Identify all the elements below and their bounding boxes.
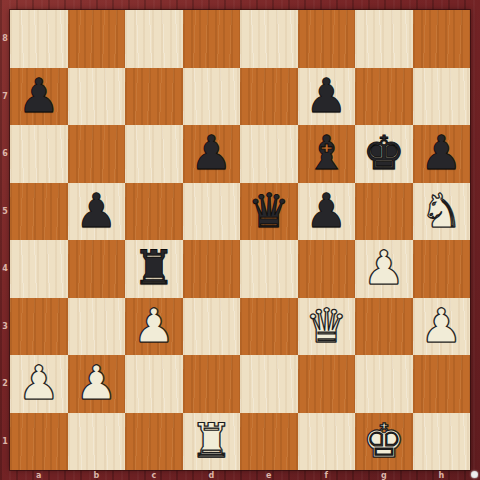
rank-label-2: 2 (0, 355, 10, 413)
square-g8[interactable] (355, 10, 413, 68)
black-queen[interactable]: ♛ (248, 187, 290, 234)
square-a2[interactable]: ♟ (10, 355, 68, 413)
square-b5[interactable]: ♟ (68, 183, 126, 241)
square-h3[interactable]: ♟ (413, 298, 471, 356)
square-e6[interactable] (240, 125, 298, 183)
square-e7[interactable] (240, 68, 298, 126)
black-rook[interactable]: ♜ (133, 244, 175, 291)
white-rook[interactable]: ♜ (190, 417, 232, 464)
file-label-b: b (68, 470, 126, 480)
black-pawn[interactable]: ♟ (75, 187, 117, 234)
white-knight[interactable]: ♞ (420, 187, 462, 234)
rank-label-4: 4 (0, 240, 10, 298)
file-label-a: a (10, 470, 68, 480)
square-a8[interactable] (10, 10, 68, 68)
square-b1[interactable] (68, 413, 126, 471)
rank-label-6: 6 (0, 125, 10, 183)
square-g1[interactable]: ♚ (355, 413, 413, 471)
square-e4[interactable] (240, 240, 298, 298)
chess-board: ♟♟♟♝♚♟♟♛♟♞♜♟♟♛♟♟♟♜♚ (10, 10, 470, 470)
square-b8[interactable] (68, 10, 126, 68)
square-c4[interactable]: ♜ (125, 240, 183, 298)
square-a4[interactable] (10, 240, 68, 298)
square-f5[interactable]: ♟ (298, 183, 356, 241)
white-queen[interactable]: ♛ (305, 302, 347, 349)
square-g7[interactable] (355, 68, 413, 126)
square-c5[interactable] (125, 183, 183, 241)
file-label-c: c (125, 470, 183, 480)
square-b7[interactable] (68, 68, 126, 126)
square-c8[interactable] (125, 10, 183, 68)
square-h2[interactable] (413, 355, 471, 413)
square-g5[interactable] (355, 183, 413, 241)
square-d1[interactable]: ♜ (183, 413, 241, 471)
white-pawn[interactable]: ♟ (18, 359, 60, 406)
square-g4[interactable]: ♟ (355, 240, 413, 298)
rank-label-1: 1 (0, 413, 10, 471)
black-pawn[interactable]: ♟ (18, 72, 60, 119)
black-king[interactable]: ♚ (363, 129, 405, 176)
side-to-move-indicator (471, 471, 478, 478)
square-e8[interactable] (240, 10, 298, 68)
square-d3[interactable] (183, 298, 241, 356)
square-c2[interactable] (125, 355, 183, 413)
square-f4[interactable] (298, 240, 356, 298)
file-label-g: g (355, 470, 413, 480)
rank-label-3: 3 (0, 298, 10, 356)
square-a5[interactable] (10, 183, 68, 241)
square-d2[interactable] (183, 355, 241, 413)
file-label-h: h (413, 470, 471, 480)
rank-label-5: 5 (0, 183, 10, 241)
square-h1[interactable] (413, 413, 471, 471)
square-c6[interactable] (125, 125, 183, 183)
square-g6[interactable]: ♚ (355, 125, 413, 183)
white-pawn[interactable]: ♟ (363, 244, 405, 291)
square-a3[interactable] (10, 298, 68, 356)
white-pawn[interactable]: ♟ (75, 359, 117, 406)
square-h8[interactable] (413, 10, 471, 68)
file-label-d: d (183, 470, 241, 480)
square-e5[interactable]: ♛ (240, 183, 298, 241)
square-d6[interactable]: ♟ (183, 125, 241, 183)
chess-board-frame: ♟♟♟♝♚♟♟♛♟♞♜♟♟♛♟♟♟♜♚ 87654321abcdefgh (0, 0, 480, 480)
square-e3[interactable] (240, 298, 298, 356)
square-e2[interactable] (240, 355, 298, 413)
white-pawn[interactable]: ♟ (133, 302, 175, 349)
black-pawn[interactable]: ♟ (305, 187, 347, 234)
square-h6[interactable]: ♟ (413, 125, 471, 183)
square-d5[interactable] (183, 183, 241, 241)
square-c3[interactable]: ♟ (125, 298, 183, 356)
square-f3[interactable]: ♛ (298, 298, 356, 356)
square-h7[interactable] (413, 68, 471, 126)
square-f2[interactable] (298, 355, 356, 413)
square-f8[interactable] (298, 10, 356, 68)
square-f6[interactable]: ♝ (298, 125, 356, 183)
square-c1[interactable] (125, 413, 183, 471)
white-king[interactable]: ♚ (363, 417, 405, 464)
square-c7[interactable] (125, 68, 183, 126)
square-e1[interactable] (240, 413, 298, 471)
black-pawn[interactable]: ♟ (305, 72, 347, 119)
rank-label-7: 7 (0, 68, 10, 126)
square-f7[interactable]: ♟ (298, 68, 356, 126)
square-a1[interactable] (10, 413, 68, 471)
square-d4[interactable] (183, 240, 241, 298)
square-a7[interactable]: ♟ (10, 68, 68, 126)
square-g3[interactable] (355, 298, 413, 356)
square-f1[interactable] (298, 413, 356, 471)
black-pawn[interactable]: ♟ (190, 129, 232, 176)
square-b3[interactable] (68, 298, 126, 356)
rank-label-8: 8 (0, 10, 10, 68)
file-label-f: f (298, 470, 356, 480)
square-g2[interactable] (355, 355, 413, 413)
square-d8[interactable] (183, 10, 241, 68)
square-h4[interactable] (413, 240, 471, 298)
file-label-e: e (240, 470, 298, 480)
square-b4[interactable] (68, 240, 126, 298)
square-b2[interactable]: ♟ (68, 355, 126, 413)
square-d7[interactable] (183, 68, 241, 126)
square-h5[interactable]: ♞ (413, 183, 471, 241)
black-pawn[interactable]: ♟ (420, 129, 462, 176)
square-a6[interactable] (10, 125, 68, 183)
square-b6[interactable] (68, 125, 126, 183)
white-pawn[interactable]: ♟ (420, 302, 462, 349)
black-bishop[interactable]: ♝ (305, 129, 347, 176)
